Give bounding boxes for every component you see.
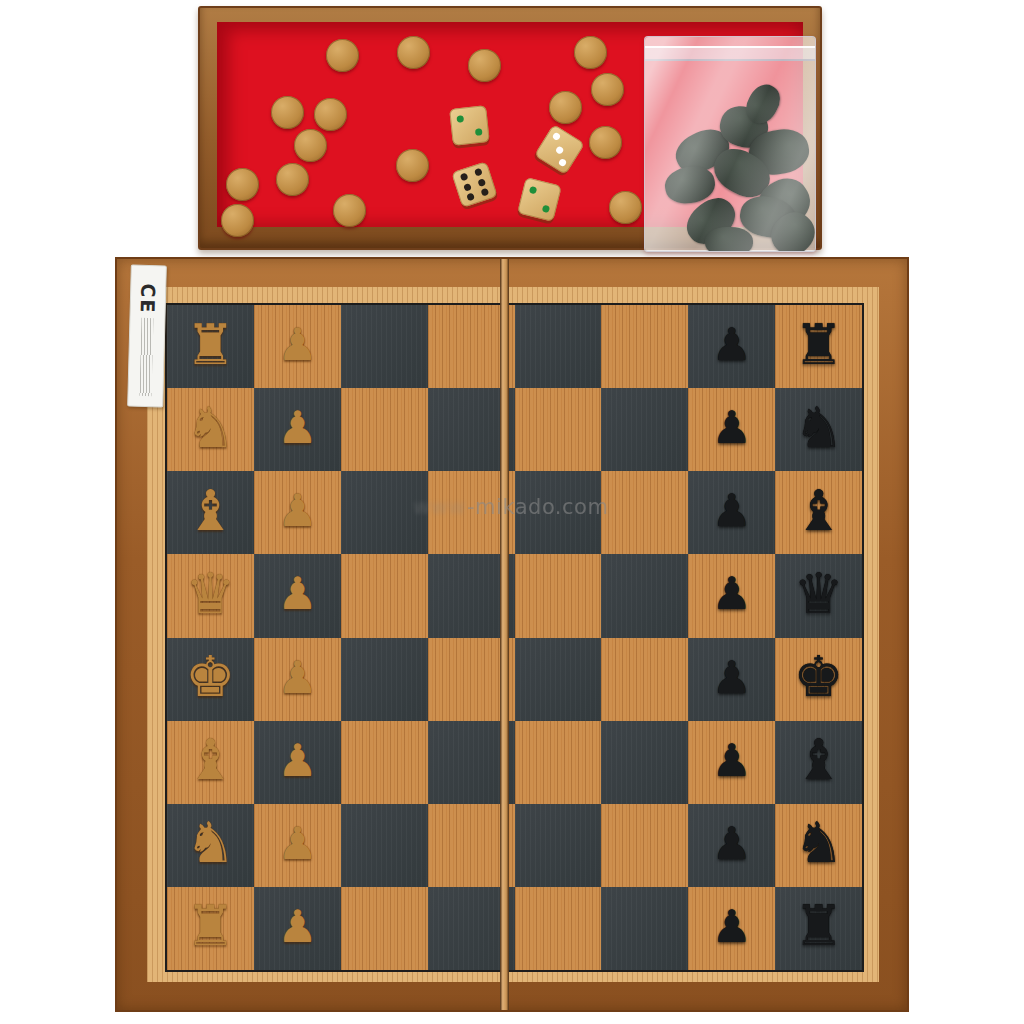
die-pip <box>474 168 483 177</box>
die-4-showing-2[interactable] <box>517 177 562 222</box>
square-r3c8[interactable]: ♝ <box>775 471 862 554</box>
checkers-disc-10[interactable] <box>226 168 259 201</box>
wooden-storage-tray <box>198 6 822 250</box>
tray-red-felt <box>217 22 803 227</box>
die-3-showing-6[interactable] <box>451 161 498 208</box>
die-pip <box>529 186 537 194</box>
plastic-bag[interactable] <box>644 36 816 252</box>
checkers-disc-3[interactable] <box>468 49 501 82</box>
square-r4c3[interactable] <box>341 554 428 637</box>
square-r1c7[interactable]: ♟ <box>688 305 775 388</box>
piece-bP[interactable]: ♟ <box>712 655 752 700</box>
square-r5c5[interactable] <box>515 638 602 721</box>
square-r1c6[interactable] <box>601 305 688 388</box>
piece-wP[interactable]: ♟ <box>277 405 317 450</box>
square-r4c5[interactable] <box>515 554 602 637</box>
piece-bP[interactable]: ♟ <box>712 821 752 866</box>
square-r5c3[interactable] <box>341 638 428 721</box>
checkers-disc-7[interactable] <box>271 96 304 129</box>
piece-wP[interactable]: ♟ <box>277 571 317 616</box>
square-r7c1[interactable]: ♞ <box>167 804 254 887</box>
watermark-prefix: www <box>413 495 466 519</box>
square-r6c2[interactable]: ♟ <box>254 721 341 804</box>
chess-board: ♜♟♟♜♞♟♟♞♝♟♟♝♛♟♟♛♚♟♟♚♝♟♟♝♞♟♟♞♜♟♟♜ CE www … <box>115 257 909 1012</box>
piece-bR[interactable]: ♜ <box>793 317 843 373</box>
square-r3c2[interactable]: ♟ <box>254 471 341 554</box>
checkers-disc-9[interactable] <box>294 129 327 162</box>
square-r7c3[interactable] <box>341 804 428 887</box>
square-r1c1[interactable]: ♜ <box>167 305 254 388</box>
checkers-disc-11[interactable] <box>276 163 309 196</box>
square-r2c5[interactable] <box>515 388 602 471</box>
square-r2c2[interactable]: ♟ <box>254 388 341 471</box>
checkers-disc-14[interactable] <box>396 149 429 182</box>
square-r4c1[interactable]: ♛ <box>167 554 254 637</box>
ce-label: CE <box>127 265 167 408</box>
die-pip <box>463 182 472 191</box>
checkers-disc-13[interactable] <box>221 204 254 237</box>
piece-bN[interactable]: ♞ <box>793 400 843 456</box>
square-r4c7[interactable]: ♟ <box>688 554 775 637</box>
die-2-showing-3[interactable] <box>534 124 585 175</box>
square-r8c1[interactable]: ♜ <box>167 887 254 970</box>
piece-wB[interactable]: ♝ <box>185 732 235 788</box>
bagged-black-piece-10 <box>705 227 753 251</box>
square-r1c2[interactable]: ♟ <box>254 305 341 388</box>
piece-wR[interactable]: ♜ <box>185 898 235 954</box>
ce-label-fine-print <box>139 318 153 396</box>
die-pip <box>558 157 568 167</box>
bag-contents <box>645 37 815 251</box>
square-r5c2[interactable]: ♟ <box>254 638 341 721</box>
die-pip <box>541 204 549 212</box>
piece-wB[interactable]: ♝ <box>185 483 235 539</box>
die-pip <box>466 192 475 201</box>
piece-bP[interactable]: ♟ <box>712 405 752 450</box>
piece-bP[interactable]: ♟ <box>712 488 752 533</box>
square-r7c7[interactable]: ♟ <box>688 804 775 887</box>
square-r4c2[interactable]: ♟ <box>254 554 341 637</box>
die-pip <box>480 188 489 197</box>
square-r5c8[interactable]: ♚ <box>775 638 862 721</box>
square-r2c3[interactable] <box>341 388 428 471</box>
checkers-disc-2[interactable] <box>397 36 430 69</box>
piece-bB[interactable]: ♝ <box>793 732 843 788</box>
square-r5c6[interactable] <box>601 638 688 721</box>
square-r4c6[interactable] <box>601 554 688 637</box>
square-r8c7[interactable]: ♟ <box>688 887 775 970</box>
square-r3c1[interactable]: ♝ <box>167 471 254 554</box>
watermark-text: -mikado.com <box>467 495 608 519</box>
checkers-disc-8[interactable] <box>314 98 347 131</box>
die-1-showing-2[interactable] <box>449 105 490 146</box>
die-pip <box>457 115 465 123</box>
piece-wN[interactable]: ♞ <box>185 400 235 456</box>
die-pip <box>555 145 565 155</box>
square-r3c7[interactable]: ♟ <box>688 471 775 554</box>
piece-bP[interactable]: ♟ <box>712 322 752 367</box>
square-r8c6[interactable] <box>601 887 688 970</box>
square-r7c6[interactable] <box>601 804 688 887</box>
square-r6c7[interactable]: ♟ <box>688 721 775 804</box>
die-pip <box>552 132 562 142</box>
checkers-disc-16[interactable] <box>609 191 642 224</box>
square-r8c3[interactable] <box>341 887 428 970</box>
checkers-disc-6[interactable] <box>549 91 582 124</box>
piece-bP[interactable]: ♟ <box>712 904 752 949</box>
piece-wK[interactable]: ♚ <box>185 649 235 705</box>
square-r7c5[interactable] <box>515 804 602 887</box>
bag-zip-seal[interactable] <box>645 46 815 61</box>
piece-bR[interactable]: ♜ <box>793 898 843 954</box>
piece-wP[interactable]: ♟ <box>277 821 317 866</box>
piece-wR[interactable]: ♜ <box>185 317 235 373</box>
square-r6c6[interactable] <box>601 721 688 804</box>
piece-wP[interactable]: ♟ <box>277 655 317 700</box>
square-r6c3[interactable] <box>341 721 428 804</box>
square-r2c8[interactable]: ♞ <box>775 388 862 471</box>
square-r1c8[interactable]: ♜ <box>775 305 862 388</box>
piece-wP[interactable]: ♟ <box>277 322 317 367</box>
square-r8c8[interactable]: ♜ <box>775 887 862 970</box>
checkers-disc-5[interactable] <box>591 73 624 106</box>
square-r1c5[interactable] <box>515 305 602 388</box>
ce-mark-text: CE <box>137 283 160 315</box>
piece-bN[interactable]: ♞ <box>793 815 843 871</box>
checkers-disc-15[interactable] <box>589 126 622 159</box>
square-r7c2[interactable]: ♟ <box>254 804 341 887</box>
square-r8c2[interactable]: ♟ <box>254 887 341 970</box>
piece-wP[interactable]: ♟ <box>277 738 317 783</box>
die-pip <box>477 178 486 187</box>
watermark: www -mikado.com <box>413 495 608 519</box>
die-pip <box>460 173 469 182</box>
square-r8c5[interactable] <box>515 887 602 970</box>
square-r5c7[interactable]: ♟ <box>688 638 775 721</box>
checkers-disc-1[interactable] <box>326 39 359 72</box>
checkers-disc-12[interactable] <box>333 194 366 227</box>
piece-wP[interactable]: ♟ <box>277 904 317 949</box>
piece-wQ[interactable]: ♛ <box>185 566 235 622</box>
board-grid: ♜♟♟♜♞♟♟♞♝♟♟♝♛♟♟♛♚♟♟♚♝♟♟♝♞♟♟♞♜♟♟♜ <box>165 303 864 972</box>
square-r5c1[interactable]: ♚ <box>167 638 254 721</box>
square-r7c8[interactable]: ♞ <box>775 804 862 887</box>
piece-bB[interactable]: ♝ <box>793 483 843 539</box>
piece-wP[interactable]: ♟ <box>277 488 317 533</box>
piece-bK[interactable]: ♚ <box>793 649 843 705</box>
square-r2c7[interactable]: ♟ <box>688 388 775 471</box>
square-r2c6[interactable] <box>601 388 688 471</box>
square-r6c1[interactable]: ♝ <box>167 721 254 804</box>
square-r4c8[interactable]: ♛ <box>775 554 862 637</box>
board-hinge-seam <box>500 259 509 1010</box>
die-pip <box>475 128 483 136</box>
piece-wN[interactable]: ♞ <box>185 815 235 871</box>
square-r3c6[interactable] <box>601 471 688 554</box>
square-r6c8[interactable]: ♝ <box>775 721 862 804</box>
piece-bQ[interactable]: ♛ <box>793 566 843 622</box>
square-r6c5[interactable] <box>515 721 602 804</box>
square-r1c3[interactable] <box>341 305 428 388</box>
square-r2c1[interactable]: ♞ <box>167 388 254 471</box>
piece-bP[interactable]: ♟ <box>712 738 752 783</box>
piece-bP[interactable]: ♟ <box>712 571 752 616</box>
checkers-disc-4[interactable] <box>574 36 607 69</box>
